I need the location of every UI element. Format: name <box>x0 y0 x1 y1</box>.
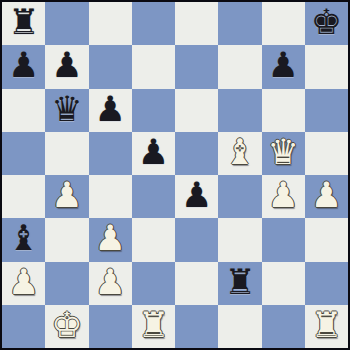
square-b1[interactable]: ♚ <box>45 305 88 348</box>
chess-board: ♜♚♟♟♟♛♟♟♝♛♟♟♟♟♝♟♟♟♜♚♜♜ <box>2 2 348 348</box>
white-bishop[interactable]: ♝ <box>224 135 255 170</box>
square-a2[interactable]: ♟ <box>2 262 45 305</box>
white-queen[interactable]: ♛ <box>267 135 298 170</box>
square-f3[interactable] <box>218 218 261 261</box>
square-b7[interactable]: ♟ <box>45 45 88 88</box>
square-d5[interactable]: ♟ <box>132 132 175 175</box>
square-g3[interactable] <box>262 218 305 261</box>
square-f8[interactable] <box>218 2 261 45</box>
square-f6[interactable] <box>218 89 261 132</box>
square-b2[interactable] <box>45 262 88 305</box>
square-e3[interactable] <box>175 218 218 261</box>
square-c4[interactable] <box>89 175 132 218</box>
square-f4[interactable] <box>218 175 261 218</box>
square-g1[interactable] <box>262 305 305 348</box>
black-pawn[interactable]: ♟ <box>138 135 169 170</box>
square-e8[interactable] <box>175 2 218 45</box>
square-h8[interactable]: ♚ <box>305 2 348 45</box>
square-c1[interactable] <box>89 305 132 348</box>
black-pawn[interactable]: ♟ <box>51 48 82 83</box>
square-g5[interactable]: ♛ <box>262 132 305 175</box>
square-e6[interactable] <box>175 89 218 132</box>
square-e4[interactable]: ♟ <box>175 175 218 218</box>
square-b5[interactable] <box>45 132 88 175</box>
square-b4[interactable]: ♟ <box>45 175 88 218</box>
square-g2[interactable] <box>262 262 305 305</box>
square-c6[interactable]: ♟ <box>89 89 132 132</box>
white-rook[interactable]: ♜ <box>311 308 342 343</box>
square-d6[interactable] <box>132 89 175 132</box>
square-c3[interactable]: ♟ <box>89 218 132 261</box>
square-b6[interactable]: ♛ <box>45 89 88 132</box>
square-e5[interactable] <box>175 132 218 175</box>
square-d8[interactable] <box>132 2 175 45</box>
square-b3[interactable] <box>45 218 88 261</box>
black-rook[interactable]: ♜ <box>8 5 39 40</box>
square-h4[interactable]: ♟ <box>305 175 348 218</box>
white-pawn[interactable]: ♟ <box>311 178 342 213</box>
black-queen[interactable]: ♛ <box>51 92 82 127</box>
square-a8[interactable]: ♜ <box>2 2 45 45</box>
square-h5[interactable] <box>305 132 348 175</box>
square-g8[interactable] <box>262 2 305 45</box>
square-a1[interactable] <box>2 305 45 348</box>
white-pawn[interactable]: ♟ <box>51 178 82 213</box>
square-f5[interactable]: ♝ <box>218 132 261 175</box>
square-d7[interactable] <box>132 45 175 88</box>
square-e7[interactable] <box>175 45 218 88</box>
black-pawn[interactable]: ♟ <box>94 92 125 127</box>
square-a3[interactable]: ♝ <box>2 218 45 261</box>
square-c5[interactable] <box>89 132 132 175</box>
black-pawn[interactable]: ♟ <box>8 48 39 83</box>
square-d1[interactable]: ♜ <box>132 305 175 348</box>
square-c7[interactable] <box>89 45 132 88</box>
black-pawn[interactable]: ♟ <box>181 178 212 213</box>
square-e2[interactable] <box>175 262 218 305</box>
white-pawn[interactable]: ♟ <box>8 265 39 300</box>
square-h7[interactable] <box>305 45 348 88</box>
square-h6[interactable] <box>305 89 348 132</box>
square-h1[interactable]: ♜ <box>305 305 348 348</box>
square-g4[interactable]: ♟ <box>262 175 305 218</box>
black-rook[interactable]: ♜ <box>224 265 255 300</box>
chess-board-frame: ♜♚♟♟♟♛♟♟♝♛♟♟♟♟♝♟♟♟♜♚♜♜ <box>0 0 350 350</box>
square-f7[interactable] <box>218 45 261 88</box>
square-d2[interactable] <box>132 262 175 305</box>
white-king[interactable]: ♚ <box>51 308 82 343</box>
square-e1[interactable] <box>175 305 218 348</box>
black-bishop[interactable]: ♝ <box>8 221 39 256</box>
square-a5[interactable] <box>2 132 45 175</box>
square-a7[interactable]: ♟ <box>2 45 45 88</box>
black-king[interactable]: ♚ <box>311 5 342 40</box>
square-f1[interactable] <box>218 305 261 348</box>
white-rook[interactable]: ♜ <box>138 308 169 343</box>
square-b8[interactable] <box>45 2 88 45</box>
white-pawn[interactable]: ♟ <box>94 221 125 256</box>
square-h2[interactable] <box>305 262 348 305</box>
square-f2[interactable]: ♜ <box>218 262 261 305</box>
square-g6[interactable] <box>262 89 305 132</box>
square-d3[interactable] <box>132 218 175 261</box>
black-pawn[interactable]: ♟ <box>267 48 298 83</box>
square-g7[interactable]: ♟ <box>262 45 305 88</box>
square-a4[interactable] <box>2 175 45 218</box>
square-h3[interactable] <box>305 218 348 261</box>
square-c8[interactable] <box>89 2 132 45</box>
square-c2[interactable]: ♟ <box>89 262 132 305</box>
square-a6[interactable] <box>2 89 45 132</box>
square-d4[interactable] <box>132 175 175 218</box>
white-pawn[interactable]: ♟ <box>94 265 125 300</box>
white-pawn[interactable]: ♟ <box>267 178 298 213</box>
